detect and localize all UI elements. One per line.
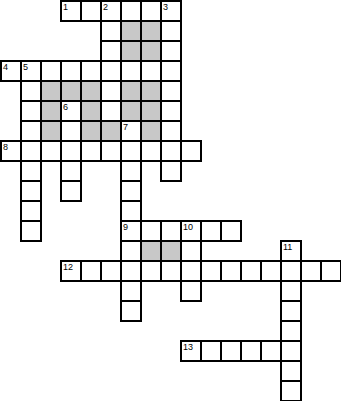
cell-r13c9[interactable] [180,260,202,282]
cell-r8c3[interactable] [60,160,82,182]
shaded-cell-r4c3 [60,80,82,102]
cell-r13c10[interactable] [200,260,222,282]
cell-r7c0[interactable] [0,140,22,162]
cell-r17c11[interactable] [220,340,242,362]
cell-r11c8[interactable] [160,220,182,242]
shaded-cell-r4c2 [40,80,62,102]
cell-r9c1[interactable] [20,180,42,202]
shaded-cell-r6c5 [100,120,122,142]
cell-r10c6[interactable] [120,200,142,222]
cell-r0c7[interactable] [140,0,162,22]
cell-r17c14[interactable] [280,340,302,362]
cell-r4c5[interactable] [100,80,122,102]
cell-r5c5[interactable] [100,100,122,122]
cell-r0c3[interactable] [60,0,82,22]
cell-r3c1[interactable] [20,60,42,82]
cell-r6c1[interactable] [20,120,42,142]
cell-r13c15[interactable] [300,260,322,282]
shaded-cell-r4c4 [80,80,102,102]
cell-r11c11[interactable] [220,220,242,242]
cell-r7c4[interactable] [80,140,102,162]
cell-r0c4[interactable] [80,0,102,22]
shaded-cell-r2c6 [120,40,142,62]
shaded-cell-r5c6 [120,100,142,122]
cell-r14c6[interactable] [120,280,142,302]
cell-r3c4[interactable] [80,60,102,82]
cell-r5c1[interactable] [20,100,42,122]
cell-r0c5[interactable] [100,0,122,22]
cell-r2c8[interactable] [160,40,182,62]
cell-r7c5[interactable] [100,140,122,162]
cell-r3c3[interactable] [60,60,82,82]
cell-r13c16[interactable] [320,260,341,282]
cell-r17c12[interactable] [240,340,262,362]
cell-r3c2[interactable] [40,60,62,82]
cell-r7c8[interactable] [160,140,182,162]
cell-r13c6[interactable] [120,260,142,282]
cell-r2c5[interactable] [100,40,122,62]
cell-r16c14[interactable] [280,320,302,342]
cell-r12c9[interactable] [180,240,202,262]
cell-r15c14[interactable] [280,300,302,322]
cell-r7c1[interactable] [20,140,42,162]
cell-r13c14[interactable] [280,260,302,282]
crossword-board: 12345678910111213 [0,0,341,401]
cell-r12c6[interactable] [120,240,142,262]
cell-r7c2[interactable] [40,140,62,162]
cell-r6c6[interactable] [120,120,142,142]
cell-r3c7[interactable] [140,60,162,82]
cell-r1c5[interactable] [100,20,122,42]
cell-r3c6[interactable] [120,60,142,82]
cell-r0c6[interactable] [120,0,142,22]
cell-r12c14[interactable] [280,240,302,262]
cell-r14c14[interactable] [280,280,302,302]
cell-r7c6[interactable] [120,140,142,162]
shaded-cell-r1c7 [140,20,162,42]
cell-r9c6[interactable] [120,180,142,202]
cell-r13c13[interactable] [260,260,282,282]
cell-r8c8[interactable] [160,160,182,182]
cell-r18c14[interactable] [280,360,302,382]
shaded-cell-r12c7 [140,240,162,262]
cell-r10c1[interactable] [20,200,42,222]
cell-r15c6[interactable] [120,300,142,322]
cell-r4c1[interactable] [20,80,42,102]
cell-r11c10[interactable] [200,220,222,242]
cell-r6c8[interactable] [160,120,182,142]
cell-r13c8[interactable] [160,260,182,282]
shaded-cell-r1c6 [120,20,142,42]
shaded-cell-r2c7 [140,40,162,62]
cell-r17c13[interactable] [260,340,282,362]
cell-r9c3[interactable] [60,180,82,202]
shaded-cell-r5c2 [40,100,62,122]
cell-r17c9[interactable] [180,340,202,362]
cell-r13c3[interactable] [60,260,82,282]
cell-r7c9[interactable] [180,140,202,162]
shaded-cell-r12c8 [160,240,182,262]
shaded-cell-r5c7 [140,100,162,122]
cell-r13c7[interactable] [140,260,162,282]
cell-r11c7[interactable] [140,220,162,242]
cell-r13c12[interactable] [240,260,262,282]
cell-r17c10[interactable] [200,340,222,362]
cell-r11c9[interactable] [180,220,202,242]
cell-r0c8[interactable] [160,0,182,22]
cell-r6c3[interactable] [60,120,82,142]
shaded-cell-r4c7 [140,80,162,102]
cell-r8c6[interactable] [120,160,142,182]
cell-r7c3[interactable] [60,140,82,162]
cell-r13c4[interactable] [80,260,102,282]
cell-r14c9[interactable] [180,280,202,302]
cell-r7c7[interactable] [140,140,162,162]
cell-r1c8[interactable] [160,20,182,42]
cell-r8c1[interactable] [20,160,42,182]
cell-r3c5[interactable] [100,60,122,82]
cell-r5c8[interactable] [160,100,182,122]
cell-r5c3[interactable] [60,100,82,122]
shaded-cell-r6c2 [40,120,62,142]
shaded-cell-r4c6 [120,80,142,102]
cell-r11c1[interactable] [20,220,42,242]
cell-r19c14[interactable] [280,380,302,401]
shaded-cell-r6c7 [140,120,162,142]
cell-r4c8[interactable] [160,80,182,102]
shaded-cell-r5c4 [80,100,102,122]
cell-r13c11[interactable] [220,260,242,282]
cell-r3c8[interactable] [160,60,182,82]
shaded-cell-r6c4 [80,120,102,142]
cell-r13c5[interactable] [100,260,122,282]
cell-r11c6[interactable] [120,220,142,242]
cell-r3c0[interactable] [0,60,22,82]
